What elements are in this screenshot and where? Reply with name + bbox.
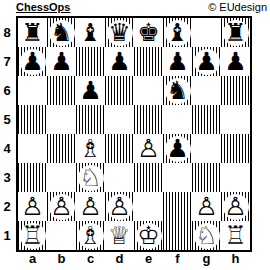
black-pawn-c6: ♟ [79,76,101,105]
square-h4 [221,134,250,163]
square-h8: ♜ [221,18,250,47]
black-pawn-g7: ♟ [195,47,217,76]
square-e5 [134,105,163,134]
black-rook-h8: ♜ [224,18,246,47]
chess-board: ♜♞♝♛♚♝♜♟♟♟♟♟♟♟♞♗♙♟♘♙♙♙♙♙♙♖♗♕♔♘♖ [16,16,252,252]
square-e7 [134,47,163,76]
file-label-h: h [221,250,250,268]
square-h5 [221,105,250,134]
black-bishop-f8: ♝ [166,18,188,47]
square-f5 [163,105,192,134]
square-a1: ♖ [18,221,47,250]
square-g7: ♟ [192,47,221,76]
square-h3 [221,163,250,192]
square-e1: ♔ [134,221,163,250]
black-pawn-h7: ♟ [224,47,246,76]
white-pawn-a2: ♙ [21,192,43,221]
square-b4 [47,134,76,163]
square-g6 [192,76,221,105]
square-b5 [47,105,76,134]
white-pawn-d2: ♙ [108,192,130,221]
square-d5 [105,105,134,134]
square-f7: ♟ [163,47,192,76]
chessops-diagram: ChessOps © EUdesign 87654321 ♜♞♝♛♚♝♜♟♟♟♟… [0,0,270,270]
black-king-e8: ♚ [137,18,159,47]
square-c4: ♗ [76,134,105,163]
square-g8 [192,18,221,47]
rank-label-7: 7 [0,47,14,76]
square-f8: ♝ [163,18,192,47]
square-c8: ♝ [76,18,105,47]
square-e3 [134,163,163,192]
square-a4 [18,134,47,163]
white-knight-g1: ♘ [195,221,217,250]
file-label-a: a [18,250,47,268]
square-c6: ♟ [76,76,105,105]
square-f3 [163,163,192,192]
square-f1 [163,221,192,250]
credit-text: © EUdesign [208,1,267,13]
square-c5 [76,105,105,134]
file-label-d: d [105,250,134,268]
rank-label-3: 3 [0,163,14,192]
square-g3 [192,163,221,192]
black-knight-f6: ♞ [166,76,188,105]
square-h6 [221,76,250,105]
file-label-b: b [47,250,76,268]
square-d8: ♛ [105,18,134,47]
white-rook-h1: ♖ [224,221,246,250]
black-rook-a8: ♜ [21,18,43,47]
black-pawn-f7: ♟ [166,47,188,76]
square-e2 [134,192,163,221]
file-label-e: e [134,250,163,268]
black-knight-b8: ♞ [50,18,72,47]
square-f4: ♟ [163,134,192,163]
square-d3 [105,163,134,192]
rank-label-8: 8 [0,18,14,47]
file-label-g: g [192,250,221,268]
white-pawn-c2: ♙ [79,192,101,221]
white-rook-a1: ♖ [21,221,43,250]
square-d7: ♟ [105,47,134,76]
square-g2: ♙ [192,192,221,221]
square-a5 [18,105,47,134]
square-e6 [134,76,163,105]
white-king-e1: ♔ [137,221,159,250]
square-a7: ♟ [18,47,47,76]
rank-label-1: 1 [0,221,14,250]
black-pawn-f4: ♟ [166,134,188,163]
white-pawn-b2: ♙ [50,192,72,221]
square-c2: ♙ [76,192,105,221]
white-queen-d1: ♕ [108,221,130,250]
square-d2: ♙ [105,192,134,221]
rank-label-5: 5 [0,105,14,134]
square-c1: ♗ [76,221,105,250]
white-bishop-c1: ♗ [79,221,101,250]
square-a2: ♙ [18,192,47,221]
black-pawn-a7: ♟ [21,47,43,76]
square-c3: ♘ [76,163,105,192]
square-g4 [192,134,221,163]
white-knight-c3: ♘ [79,163,101,192]
black-pawn-b7: ♟ [50,47,72,76]
square-b3 [47,163,76,192]
app-title-link[interactable]: ChessOps [16,1,70,13]
square-h1: ♖ [221,221,250,250]
square-b2: ♙ [47,192,76,221]
white-pawn-h2: ♙ [224,192,246,221]
rank-label-4: 4 [0,134,14,163]
square-c7 [76,47,105,76]
white-pawn-g2: ♙ [195,192,217,221]
file-label-c: c [76,250,105,268]
square-b1 [47,221,76,250]
square-b7: ♟ [47,47,76,76]
square-e4: ♙ [134,134,163,163]
file-label-f: f [163,250,192,268]
square-e8: ♚ [134,18,163,47]
square-d1: ♕ [105,221,134,250]
square-b6 [47,76,76,105]
square-a8: ♜ [18,18,47,47]
square-g1: ♘ [192,221,221,250]
square-h7: ♟ [221,47,250,76]
white-pawn-e4: ♙ [137,134,159,163]
black-bishop-c8: ♝ [79,18,101,47]
white-bishop-c4: ♗ [79,134,101,163]
square-g5 [192,105,221,134]
square-f6: ♞ [163,76,192,105]
square-a3 [18,163,47,192]
square-h2: ♙ [221,192,250,221]
square-d6 [105,76,134,105]
square-f2 [163,192,192,221]
square-b8: ♞ [47,18,76,47]
square-d4 [105,134,134,163]
rank-label-2: 2 [0,192,14,221]
black-pawn-d7: ♟ [108,47,130,76]
square-a6 [18,76,47,105]
black-queen-d8: ♛ [108,18,130,47]
rank-label-6: 6 [0,76,14,105]
